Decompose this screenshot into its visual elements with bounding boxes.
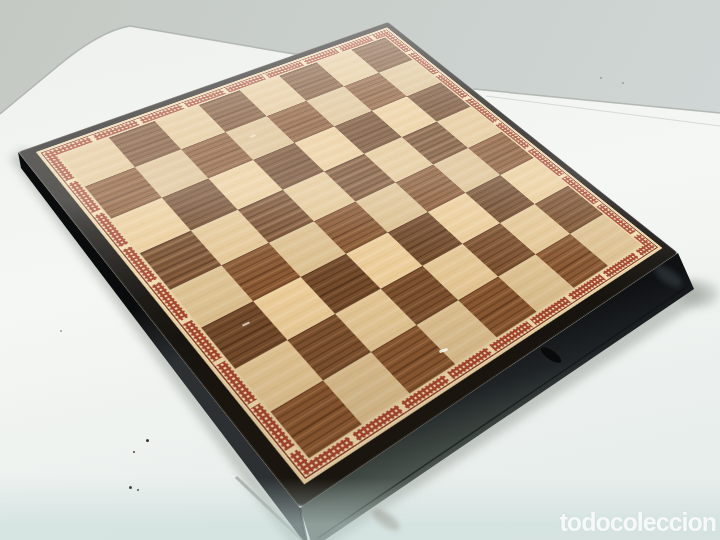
- debris-speck: [60, 330, 62, 332]
- debris-speck: [600, 77, 602, 79]
- debris-speck: [129, 486, 132, 489]
- debris-speck: [133, 451, 135, 453]
- debris-speck: [137, 489, 139, 491]
- debris-speck: [622, 82, 624, 84]
- debris-speck: [146, 439, 149, 442]
- watermark: todocoleccion: [560, 508, 716, 537]
- photo-scene: todocoleccion: [0, 0, 720, 540]
